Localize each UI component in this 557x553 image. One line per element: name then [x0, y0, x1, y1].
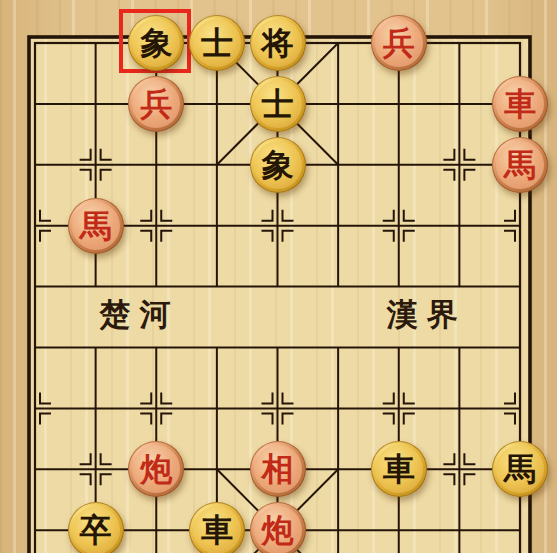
piece-glyph: 兵	[383, 27, 415, 59]
piece-red-chariot[interactable]: 車	[492, 76, 548, 132]
piece-glyph: 相	[262, 453, 294, 485]
piece-red-soldier[interactable]: 兵	[371, 15, 427, 71]
piece-glyph: 士	[262, 88, 294, 120]
piece-glyph: 炮	[262, 514, 294, 546]
piece-glyph: 将	[262, 27, 294, 59]
piece-black-soldier[interactable]: 卒	[68, 502, 124, 553]
piece-glyph: 士	[201, 27, 233, 59]
piece-black-advisor[interactable]: 士	[189, 15, 245, 71]
piece-red-horse[interactable]: 馬	[68, 198, 124, 254]
piece-glyph: 象	[140, 27, 172, 59]
piece-glyph: 馬	[80, 210, 112, 242]
piece-glyph: 馬	[504, 453, 536, 485]
xiangqi-app: 楚河 漢界 象士将兵兵士車象馬馬炮相車馬卒車炮	[0, 0, 557, 553]
piece-black-elephant[interactable]: 象	[250, 137, 306, 193]
river-label-right: 漢界	[362, 297, 482, 333]
piece-glyph: 車	[383, 453, 415, 485]
piece-red-cannon[interactable]: 炮	[250, 502, 306, 553]
piece-glyph: 兵	[140, 88, 172, 120]
piece-red-elephant[interactable]: 相	[250, 441, 306, 497]
piece-black-elephant[interactable]: 象	[128, 15, 184, 71]
piece-glyph: 車	[504, 88, 536, 120]
river-label-left: 楚河	[75, 297, 195, 333]
piece-black-general[interactable]: 将	[250, 15, 306, 71]
piece-glyph: 馬	[504, 149, 536, 181]
piece-black-advisor[interactable]: 士	[250, 76, 306, 132]
piece-black-chariot[interactable]: 車	[189, 502, 245, 553]
piece-glyph: 象	[262, 149, 294, 181]
piece-red-horse[interactable]: 馬	[492, 137, 548, 193]
piece-glyph: 卒	[80, 514, 112, 546]
piece-black-horse[interactable]: 馬	[492, 441, 548, 497]
piece-black-chariot[interactable]: 車	[371, 441, 427, 497]
piece-glyph: 車	[201, 514, 233, 546]
piece-glyph: 炮	[140, 453, 172, 485]
piece-red-soldier[interactable]: 兵	[128, 76, 184, 132]
